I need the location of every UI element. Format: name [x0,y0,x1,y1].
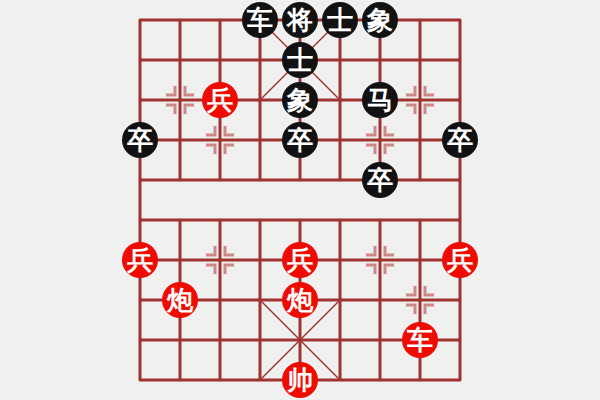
piece-black-advisor[interactable]: 士 [282,42,318,78]
point-marker [385,126,394,135]
point-marker [385,246,394,255]
point-marker [425,286,434,295]
point-marker [425,305,434,314]
piece-red-soldier[interactable]: 兵 [442,242,478,278]
point-marker [406,286,415,295]
point-marker [406,305,415,314]
piece-red-cannon[interactable]: 炮 [282,282,318,318]
point-marker [166,105,175,114]
piece-red-soldier[interactable]: 兵 [202,82,238,118]
point-marker [406,86,415,95]
piece-red-soldier[interactable]: 兵 [122,242,158,278]
point-marker [225,145,234,154]
point-marker [385,145,394,154]
board-container: 车将士象士兵象马卒卒卒卒兵兵兵炮炮车帅 [0,0,600,400]
point-marker [406,105,415,114]
piece-black-general[interactable]: 将 [282,2,318,38]
piece-black-elephant[interactable]: 象 [282,82,318,118]
point-marker [225,246,234,255]
point-marker [366,145,375,154]
point-marker [206,145,215,154]
piece-black-soldier[interactable]: 卒 [282,122,318,158]
piece-red-soldier[interactable]: 兵 [282,242,318,278]
point-marker [185,86,194,95]
point-marker [425,105,434,114]
point-marker [206,246,215,255]
piece-black-elephant[interactable]: 象 [362,2,398,38]
point-marker [166,86,175,95]
point-marker [225,126,234,135]
piece-black-chariot[interactable]: 车 [242,2,278,38]
piece-red-cannon[interactable]: 炮 [162,282,198,318]
piece-red-chariot[interactable]: 车 [402,322,438,358]
point-marker [185,105,194,114]
piece-black-advisor[interactable]: 士 [322,2,358,38]
piece-black-soldier[interactable]: 卒 [122,122,158,158]
point-marker [366,265,375,274]
point-marker [206,126,215,135]
point-marker [366,246,375,255]
piece-black-soldier[interactable]: 卒 [442,122,478,158]
piece-black-horse[interactable]: 马 [362,82,398,118]
point-marker [425,86,434,95]
point-marker [366,126,375,135]
point-marker [225,265,234,274]
point-marker [385,265,394,274]
piece-black-soldier[interactable]: 卒 [362,162,398,198]
point-marker [206,265,215,274]
piece-red-general[interactable]: 帅 [282,362,318,398]
